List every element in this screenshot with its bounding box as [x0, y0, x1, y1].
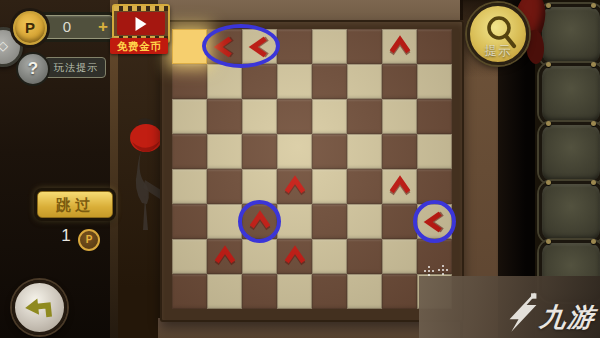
- undo-button[interactable]: [12, 280, 67, 335]
- board-cell[interactable]: [277, 274, 312, 309]
- board-cell[interactable]: [347, 169, 382, 204]
- inventory-slot[interactable]: [539, 63, 600, 125]
- board-cell[interactable]: [242, 99, 277, 134]
- board-cell[interactable]: [277, 64, 312, 99]
- board-cell[interactable]: [312, 239, 347, 274]
- arrow-up-icon: [386, 33, 414, 58]
- board-cell[interactable]: [277, 29, 312, 64]
- board-cell[interactable]: [242, 239, 277, 274]
- skip-button[interactable]: 跳过: [34, 188, 116, 221]
- free-coins-label[interactable]: 免费金币: [110, 38, 168, 54]
- board-cell[interactable]: [347, 274, 382, 309]
- board-cell[interactable]: [347, 64, 382, 99]
- board-cell[interactable]: [207, 64, 242, 99]
- board-cell[interactable]: [207, 99, 242, 134]
- coin-icon: P: [13, 11, 47, 45]
- play-icon: [136, 17, 147, 31]
- arrow-up-icon: [281, 173, 309, 198]
- arrow-up-icon: [386, 173, 414, 198]
- board-cell[interactable]: [242, 134, 277, 169]
- arrow-up-icon: [211, 243, 239, 268]
- board-cell[interactable]: [312, 64, 347, 99]
- coin-icon: P: [78, 229, 100, 251]
- board-cell[interactable]: [172, 29, 207, 64]
- board-cell[interactable]: [312, 99, 347, 134]
- skip-cost-value: 1: [56, 225, 76, 247]
- board-cell[interactable]: [242, 169, 277, 204]
- add-coins-icon[interactable]: +: [98, 16, 108, 38]
- board-cell[interactable]: [207, 239, 242, 274]
- video-screen: [117, 12, 165, 35]
- film-strip-icon: [114, 6, 168, 11]
- board-cell[interactable]: [277, 204, 312, 239]
- inventory-slot[interactable]: [539, 122, 600, 184]
- diamond-icon: ◇: [0, 38, 8, 53]
- board-cell[interactable]: [382, 169, 417, 204]
- board-cell[interactable]: [207, 204, 242, 239]
- coin-count: 0: [45, 16, 89, 38]
- hint-label: 提示: [470, 43, 526, 60]
- board-cell[interactable]: [382, 204, 417, 239]
- board-cell[interactable]: [312, 169, 347, 204]
- sparkle-dots: [428, 270, 430, 272]
- sparkle-dots: [442, 269, 444, 271]
- board-cell[interactable]: [172, 274, 207, 309]
- board-cell[interactable]: [417, 169, 452, 204]
- arrow-up-icon: [246, 208, 274, 233]
- board-cell[interactable]: [417, 29, 452, 64]
- watermark-text: 九游: [538, 300, 598, 335]
- board-cell[interactable]: [207, 274, 242, 309]
- board-cell[interactable]: [312, 134, 347, 169]
- board-cell[interactable]: [277, 169, 312, 204]
- board-cell[interactable]: [172, 99, 207, 134]
- board-cell[interactable]: [277, 134, 312, 169]
- board-cell[interactable]: [242, 29, 277, 64]
- 9game-logo-icon: [506, 292, 540, 334]
- board-cell[interactable]: [172, 204, 207, 239]
- arrow-left-icon: [246, 33, 271, 61]
- board-cell[interactable]: [242, 64, 277, 99]
- board-cell[interactable]: [242, 204, 277, 239]
- board-cell[interactable]: [277, 239, 312, 274]
- board-cell[interactable]: [382, 239, 417, 274]
- arrow-left-icon: [421, 208, 446, 236]
- arrow-up-icon: [281, 243, 309, 268]
- board-cell[interactable]: [312, 204, 347, 239]
- board-cell[interactable]: [312, 274, 347, 309]
- arrow-left-icon: [211, 33, 236, 61]
- board-cell[interactable]: [172, 239, 207, 274]
- board-cell[interactable]: [172, 169, 207, 204]
- board-cell[interactable]: [417, 134, 452, 169]
- board-cell[interactable]: [207, 169, 242, 204]
- board-cell[interactable]: [172, 64, 207, 99]
- board-cell[interactable]: [207, 134, 242, 169]
- board-cell[interactable]: [417, 64, 452, 99]
- coin-counter: 0 +: [36, 15, 114, 39]
- board-cell[interactable]: [382, 29, 417, 64]
- board-cell[interactable]: [347, 99, 382, 134]
- inventory-slot[interactable]: [539, 181, 600, 243]
- board-cell[interactable]: [172, 134, 207, 169]
- board-cell[interactable]: [347, 134, 382, 169]
- board-cell[interactable]: [417, 239, 452, 274]
- skip-label: 跳过: [37, 191, 113, 218]
- hint-button[interactable]: 提示: [467, 3, 529, 65]
- board-cell[interactable]: [417, 99, 452, 134]
- board-cell[interactable]: [347, 204, 382, 239]
- board-cell[interactable]: [347, 239, 382, 274]
- board-cell[interactable]: [207, 29, 242, 64]
- board-cell[interactable]: [382, 99, 417, 134]
- question-icon: ?: [28, 59, 38, 78]
- board-cell[interactable]: [382, 64, 417, 99]
- help-label: 玩法提示: [44, 57, 106, 78]
- undo-arrow-icon: [20, 288, 60, 328]
- board-cell[interactable]: [312, 29, 347, 64]
- board-cell[interactable]: [382, 274, 417, 309]
- game-screen: 0 + P ◇ 玩法提示 ? 免费金币 跳过 1 P 提示: [0, 0, 600, 338]
- board-cell[interactable]: [417, 204, 452, 239]
- board-cells: [172, 29, 452, 309]
- board-cell[interactable]: [277, 99, 312, 134]
- help-button[interactable]: ?: [16, 52, 50, 86]
- board-cell[interactable]: [347, 29, 382, 64]
- inventory-slot[interactable]: [539, 4, 600, 66]
- board-cell[interactable]: [242, 274, 277, 309]
- board-cell[interactable]: [382, 134, 417, 169]
